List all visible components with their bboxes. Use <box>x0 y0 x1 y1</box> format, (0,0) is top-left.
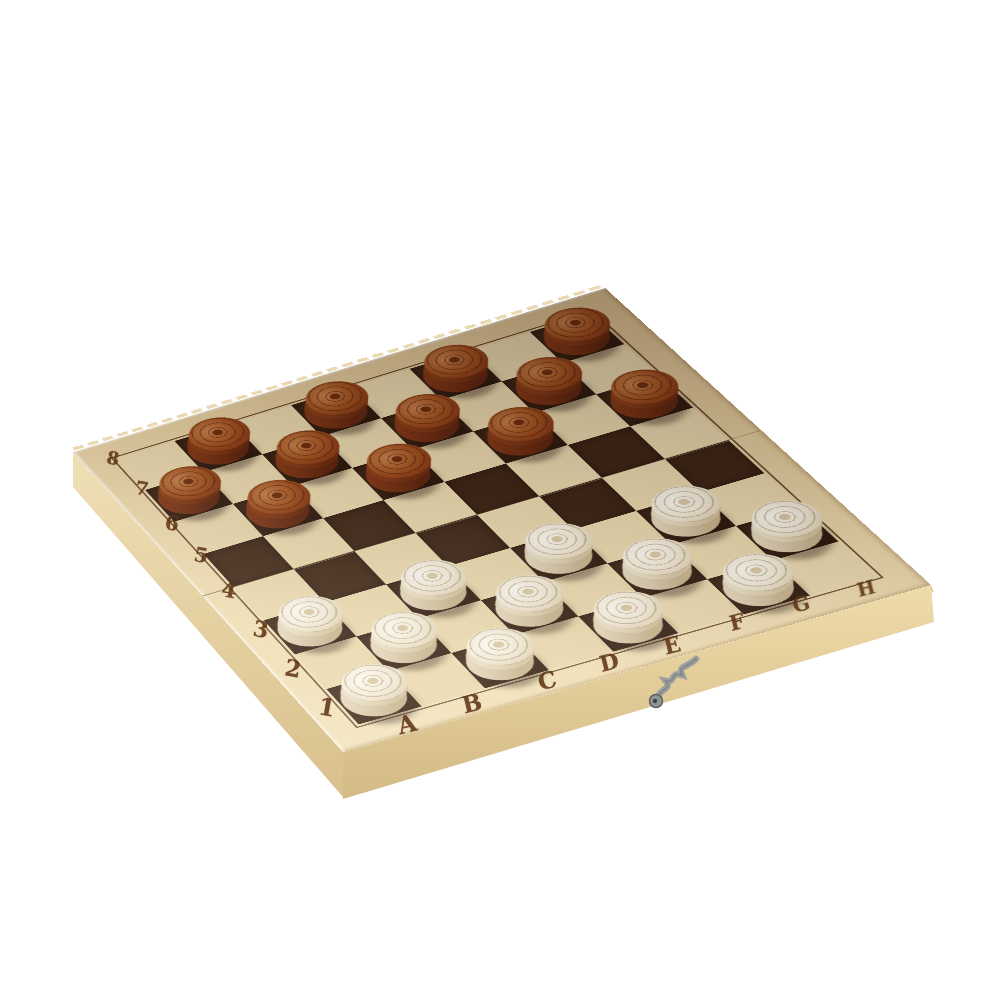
photo-canvas: 87654321ABCDEFGH <box>0 0 1000 1000</box>
clasp-hook-icon <box>642 655 704 711</box>
checkers-board <box>73 288 931 752</box>
piece-dark-a7[interactable] <box>148 474 231 521</box>
piece-light-a3[interactable] <box>266 604 353 653</box>
